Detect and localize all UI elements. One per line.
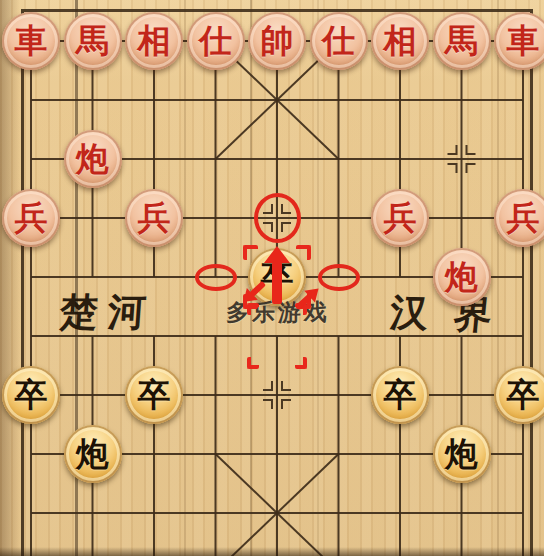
piece-red-cannon-h5[interactable]: 炮 — [433, 248, 491, 306]
piece-black-soldier-g7[interactable]: 卒 — [371, 366, 429, 424]
piece-red-soldier-i4[interactable]: 兵 — [494, 189, 544, 247]
piece-red-soldier-g4[interactable]: 兵 — [371, 189, 429, 247]
piece-character: 兵 — [384, 202, 417, 235]
piece-black-soldier-i7[interactable]: 卒 — [494, 366, 544, 424]
piece-red-general-e1[interactable]: 帥 — [248, 12, 306, 70]
piece-character: 車 — [15, 25, 48, 58]
piece-red-elephant-g1[interactable]: 相 — [371, 12, 429, 70]
piece-red-chariot-a1[interactable]: 車 — [2, 12, 60, 70]
piece-character: 卒 — [138, 379, 171, 412]
piece-character: 兵 — [138, 202, 171, 235]
piece-red-advisor-f1[interactable]: 仕 — [310, 12, 368, 70]
piece-black-cannon-b8[interactable]: 炮 — [64, 425, 122, 483]
piece-character: 相 — [384, 25, 417, 58]
piece-red-elephant-c1[interactable]: 相 — [125, 12, 183, 70]
piece-character: 兵 — [15, 202, 48, 235]
move-target-ring-e4[interactable] — [254, 193, 301, 243]
piece-red-cannon-b3[interactable]: 炮 — [64, 130, 122, 188]
piece-character: 卒 — [384, 379, 417, 412]
piece-character: 炮 — [445, 261, 478, 294]
piece-black-soldier-a7[interactable]: 卒 — [2, 366, 60, 424]
piece-character: 仕 — [199, 25, 232, 58]
piece-character: 馬 — [76, 25, 109, 58]
piece-character: 卒 — [15, 379, 48, 412]
piece-red-soldier-a4[interactable]: 兵 — [2, 189, 60, 247]
xiangqi-board[interactable]: 楚河 汉界 多乐游戏 車馬相仕帥仕相馬車炮兵兵兵兵炮卒卒卒卒卒炮炮 — [0, 0, 544, 556]
move-target-ring-d5[interactable] — [195, 264, 237, 291]
piece-character: 炮 — [445, 438, 478, 471]
piece-black-cannon-h8[interactable]: 炮 — [433, 425, 491, 483]
piece-red-advisor-d1[interactable]: 仕 — [187, 12, 245, 70]
piece-character: 卒 — [507, 379, 540, 412]
piece-red-soldier-c4[interactable]: 兵 — [125, 189, 183, 247]
piece-character: 兵 — [507, 202, 540, 235]
piece-character: 車 — [507, 25, 540, 58]
piece-red-horse-h1[interactable]: 馬 — [433, 12, 491, 70]
piece-character: 馬 — [445, 25, 478, 58]
piece-red-horse-b1[interactable]: 馬 — [64, 12, 122, 70]
piece-character: 帥 — [261, 25, 294, 58]
piece-character: 炮 — [76, 143, 109, 176]
piece-black-soldier-c7[interactable]: 卒 — [125, 366, 183, 424]
piece-character: 炮 — [76, 438, 109, 471]
piece-character: 卒 — [261, 261, 294, 294]
move-target-ring-f5[interactable] — [318, 264, 360, 291]
watermark-duole-games: 多乐游戏 — [226, 297, 330, 328]
piece-character: 相 — [138, 25, 171, 58]
piece-red-chariot-i1[interactable]: 車 — [494, 12, 544, 70]
river-label-chu-he: 楚河 — [59, 291, 158, 333]
piece-character: 仕 — [322, 25, 355, 58]
